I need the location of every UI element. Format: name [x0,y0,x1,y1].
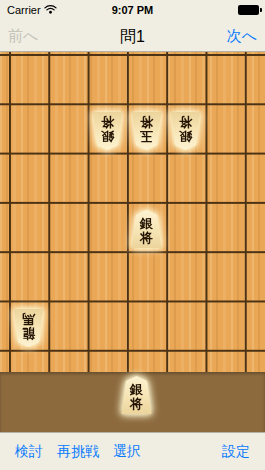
problem-title: 問1 [0,27,265,48]
bottom-toolbar: 検討 再挑戦 選択 設定 [0,432,265,470]
select-button[interactable]: 選択 [113,443,141,461]
retry-button[interactable]: 再挑戦 [57,443,99,461]
piece-gote-silver-left[interactable]: 銀 将 [92,112,123,150]
settings-button[interactable]: 設定 [222,443,250,461]
piece-kanji: 銀 将 [140,217,153,244]
piece-sente-silver[interactable]: 銀 将 [131,210,162,248]
piece-kanji: 銀 将 [179,116,192,143]
piece-sente-silver-in-hand[interactable]: 銀 将 [121,376,152,414]
piece-gote-horse[interactable]: 龍 馬 [13,309,44,347]
nav-bar: 前へ 問1 次へ [0,20,265,52]
piece-gote-king[interactable]: 玉 将 [131,112,162,150]
clock: 9:07 PM [0,4,265,16]
piece-gote-silver-right[interactable]: 銀 将 [170,112,201,150]
piece-kanji: 龍 馬 [22,313,35,340]
piece-kanji: 玉 将 [140,116,153,143]
review-button[interactable]: 検討 [15,443,43,461]
piece-kanji: 銀 将 [130,383,143,410]
next-problem-button[interactable]: 次へ [227,27,257,46]
battery-icon [238,5,259,15]
status-bar: Carrier 9:07 PM [0,0,265,20]
piece-kanji: 銀 将 [101,116,114,143]
shogi-board[interactable]: 銀 将 玉 将 銀 将 銀 将 龍 馬 [0,52,265,372]
